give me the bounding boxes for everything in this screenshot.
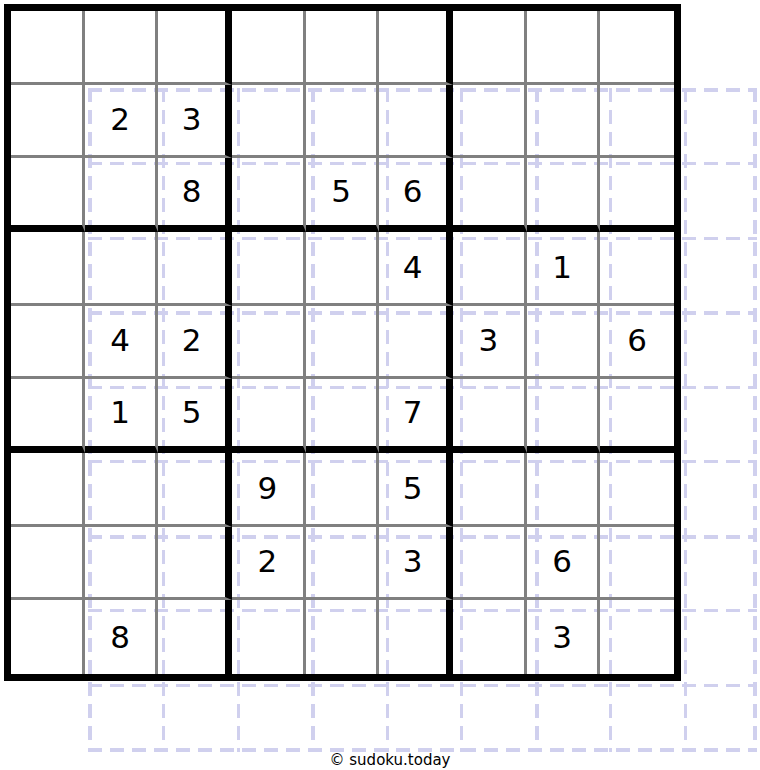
- cell-r4c1[interactable]: [11, 232, 85, 306]
- cell-r3c8[interactable]: [527, 158, 601, 232]
- cell-r9c8[interactable]: 3: [527, 600, 601, 674]
- cell-r6c4[interactable]: [232, 379, 306, 453]
- given-digit: 3: [403, 546, 423, 577]
- cell-r4c2[interactable]: [85, 232, 159, 306]
- given-digit: 5: [331, 176, 351, 207]
- cell-r9c1[interactable]: [11, 600, 85, 674]
- cell-r3c9[interactable]: [600, 158, 674, 232]
- cell-r7c5[interactable]: [306, 453, 380, 527]
- cell-r9c5[interactable]: [306, 600, 380, 674]
- cell-r1c5[interactable]: [306, 11, 380, 85]
- cell-r6c8[interactable]: [527, 379, 601, 453]
- cell-r7c2[interactable]: [85, 453, 159, 527]
- given-digit: 6: [627, 325, 647, 356]
- given-digit: 1: [552, 252, 572, 283]
- cell-r2c8[interactable]: [527, 85, 601, 159]
- cell-r2c9[interactable]: [600, 85, 674, 159]
- cell-r5c6[interactable]: [379, 306, 453, 380]
- given-digit: 3: [478, 325, 498, 356]
- given-digit: 6: [403, 176, 423, 207]
- cell-r8c6[interactable]: 3: [379, 527, 453, 601]
- cell-r3c7[interactable]: [453, 158, 527, 232]
- cell-r5c3[interactable]: 2: [158, 306, 232, 380]
- cell-r1c7[interactable]: [453, 11, 527, 85]
- cell-r9c4[interactable]: [232, 600, 306, 674]
- cell-r5c4[interactable]: [232, 306, 306, 380]
- given-digit: 2: [257, 546, 277, 577]
- cell-r9c6[interactable]: [379, 600, 453, 674]
- cell-r4c7[interactable]: [453, 232, 527, 306]
- given-digit: 2: [182, 325, 202, 356]
- given-digit: 8: [110, 622, 130, 653]
- dashed-horizontal-line: [88, 684, 757, 687]
- cell-r3c5[interactable]: 5: [306, 158, 380, 232]
- cell-r6c5[interactable]: [306, 379, 380, 453]
- cell-r1c3[interactable]: [158, 11, 232, 85]
- cell-r7c8[interactable]: [527, 453, 601, 527]
- cell-r9c2[interactable]: 8: [85, 600, 159, 674]
- cell-r2c4[interactable]: [232, 85, 306, 159]
- given-digit: 7: [403, 397, 423, 428]
- cell-r8c9[interactable]: [600, 527, 674, 601]
- cell-r7c3[interactable]: [158, 453, 232, 527]
- cell-r4c5[interactable]: [306, 232, 380, 306]
- cell-r8c7[interactable]: [453, 527, 527, 601]
- copyright-text: © sudoku.today: [0, 751, 760, 769]
- cell-r6c3[interactable]: 5: [158, 379, 232, 453]
- cell-r4c4[interactable]: [232, 232, 306, 306]
- cell-r8c4[interactable]: 2: [232, 527, 306, 601]
- cell-r7c4[interactable]: 9: [232, 453, 306, 527]
- cell-r5c2[interactable]: 4: [85, 306, 159, 380]
- cell-r5c1[interactable]: [11, 306, 85, 380]
- given-digit: 9: [257, 473, 277, 504]
- cell-r9c3[interactable]: [158, 600, 232, 674]
- cell-r2c3[interactable]: 3: [158, 85, 232, 159]
- cell-r8c1[interactable]: [11, 527, 85, 601]
- given-digit: 3: [552, 622, 572, 653]
- given-digit: 4: [403, 252, 423, 283]
- cell-r6c1[interactable]: [11, 379, 85, 453]
- cell-r8c5[interactable]: [306, 527, 380, 601]
- cell-r4c6[interactable]: 4: [379, 232, 453, 306]
- cell-r1c1[interactable]: [11, 11, 85, 85]
- cell-r1c6[interactable]: [379, 11, 453, 85]
- cell-r1c4[interactable]: [232, 11, 306, 85]
- given-digit: 3: [182, 104, 202, 135]
- cell-r2c5[interactable]: [306, 85, 380, 159]
- cell-r8c2[interactable]: [85, 527, 159, 601]
- cell-r3c3[interactable]: 8: [158, 158, 232, 232]
- cell-r4c8[interactable]: 1: [527, 232, 601, 306]
- cell-r7c6[interactable]: 5: [379, 453, 453, 527]
- cell-r3c1[interactable]: [11, 158, 85, 232]
- cell-r5c7[interactable]: 3: [453, 306, 527, 380]
- cell-r2c7[interactable]: [453, 85, 527, 159]
- cell-r6c7[interactable]: [453, 379, 527, 453]
- cell-r1c9[interactable]: [600, 11, 674, 85]
- dashed-vertical-line: [753, 88, 757, 752]
- cell-r7c9[interactable]: [600, 453, 674, 527]
- given-digit: 8: [182, 176, 202, 207]
- given-digit: 2: [110, 104, 130, 135]
- cell-r9c7[interactable]: [453, 600, 527, 674]
- cell-r5c5[interactable]: [306, 306, 380, 380]
- cell-r2c6[interactable]: [379, 85, 453, 159]
- cell-r6c6[interactable]: 7: [379, 379, 453, 453]
- cell-r8c8[interactable]: 6: [527, 527, 601, 601]
- cell-r2c2[interactable]: 2: [85, 85, 159, 159]
- given-digit: 4: [110, 325, 130, 356]
- cell-r8c3[interactable]: [158, 527, 232, 601]
- cell-r5c9[interactable]: 6: [600, 306, 674, 380]
- cell-r9c9[interactable]: [600, 600, 674, 674]
- cell-r3c2[interactable]: [85, 158, 159, 232]
- cell-r5c8[interactable]: [527, 306, 601, 380]
- given-digit: 6: [552, 546, 572, 577]
- given-digit: 5: [182, 397, 202, 428]
- cell-r7c7[interactable]: [453, 453, 527, 527]
- cell-r1c2[interactable]: [85, 11, 159, 85]
- cell-r7c1[interactable]: [11, 453, 85, 527]
- given-digit: 5: [403, 473, 423, 504]
- cell-r3c4[interactable]: [232, 158, 306, 232]
- cell-r1c8[interactable]: [527, 11, 601, 85]
- cell-r6c9[interactable]: [600, 379, 674, 453]
- given-digit: 1: [110, 397, 130, 428]
- cell-r4c9[interactable]: [600, 232, 674, 306]
- sudoku-board: 238564142361579523683: [4, 4, 681, 681]
- cell-r6c2[interactable]: 1: [85, 379, 159, 453]
- cell-r4c3[interactable]: [158, 232, 232, 306]
- cell-r3c6[interactable]: 6: [379, 158, 453, 232]
- dashed-vertical-line: [684, 88, 687, 752]
- cell-r2c1[interactable]: [11, 85, 85, 159]
